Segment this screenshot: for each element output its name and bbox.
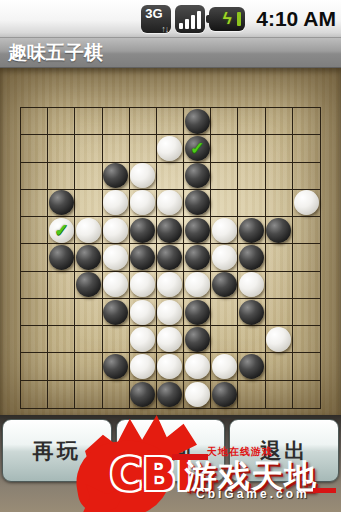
signal-strength-icon: [175, 5, 205, 33]
white-stone: [185, 382, 210, 407]
board-cell[interactable]: [184, 108, 211, 135]
white-stone: [157, 354, 182, 379]
game-board: ✓✓: [0, 68, 341, 415]
board-cell[interactable]: [238, 326, 265, 353]
board-cell[interactable]: [21, 217, 48, 244]
board-cell[interactable]: [157, 326, 184, 353]
black-stone: [185, 163, 210, 188]
white-stone: [130, 327, 155, 352]
black-stone: [130, 382, 155, 407]
board-cell[interactable]: [48, 108, 75, 135]
black-stone: [185, 300, 210, 325]
board-cell[interactable]: [157, 108, 184, 135]
board-cell[interactable]: [184, 381, 211, 408]
button-row: 再玩 撤回 退出: [2, 419, 339, 482]
board-cell[interactable]: [75, 299, 102, 326]
black-stone: [130, 245, 155, 270]
black-stone: [76, 272, 101, 297]
board-cell[interactable]: [130, 135, 157, 162]
board-cell[interactable]: [211, 272, 238, 299]
black-stone: [185, 245, 210, 270]
board-cell[interactable]: [21, 272, 48, 299]
board-cell[interactable]: [103, 244, 130, 271]
board-cell[interactable]: [293, 272, 320, 299]
white-stone: [212, 218, 237, 243]
white-stone: [103, 245, 128, 270]
board-cell[interactable]: [75, 272, 102, 299]
board-cell[interactable]: [21, 244, 48, 271]
board-cell[interactable]: [48, 299, 75, 326]
white-stone: [130, 354, 155, 379]
black-stone: [185, 190, 210, 215]
white-stone: [157, 136, 182, 161]
board-cell[interactable]: [184, 299, 211, 326]
3g-up-down-arrows-icon: ↑↓: [161, 24, 168, 34]
board-cell[interactable]: [48, 326, 75, 353]
board-cell[interactable]: [266, 326, 293, 353]
board-cell[interactable]: [21, 353, 48, 380]
white-stone: [130, 190, 155, 215]
board-cell[interactable]: [211, 108, 238, 135]
black-stone: [157, 245, 182, 270]
black-stone: [157, 218, 182, 243]
black-stone: [212, 382, 237, 407]
board-grid: ✓✓: [20, 107, 321, 409]
board-cell[interactable]: [48, 353, 75, 380]
board-cell[interactable]: [184, 353, 211, 380]
bottom-button-bar: 再玩 撤回 退出 CBI 天地在线游戏 游戏天地 CbiGame.com: [0, 415, 341, 512]
board-cell[interactable]: [157, 163, 184, 190]
board-cell[interactable]: [48, 272, 75, 299]
board-cell[interactable]: [130, 108, 157, 135]
black-stone: [185, 109, 210, 134]
board-cell[interactable]: [211, 135, 238, 162]
board-cell[interactable]: [103, 326, 130, 353]
board-cell[interactable]: [103, 299, 130, 326]
board-cell[interactable]: [75, 190, 102, 217]
board-cell[interactable]: [238, 353, 265, 380]
board-cell[interactable]: [184, 326, 211, 353]
white-stone: [185, 272, 210, 297]
black-stone: [103, 163, 128, 188]
board-cell[interactable]: [184, 217, 211, 244]
board-cell[interactable]: [211, 299, 238, 326]
black-stone: [185, 327, 210, 352]
board-cell[interactable]: [103, 217, 130, 244]
black-stone: [76, 245, 101, 270]
board-cell[interactable]: [21, 326, 48, 353]
board-cell[interactable]: [211, 244, 238, 271]
board-cell[interactable]: [293, 135, 320, 162]
board-cell[interactable]: [130, 190, 157, 217]
board-cell[interactable]: [293, 108, 320, 135]
board-cell[interactable]: [130, 272, 157, 299]
signal-bar: [185, 19, 189, 29]
board-cell[interactable]: [266, 163, 293, 190]
board-cell[interactable]: [103, 272, 130, 299]
white-stone: [212, 245, 237, 270]
board-cell[interactable]: [238, 163, 265, 190]
board-cell[interactable]: [130, 244, 157, 271]
white-stone: [294, 190, 319, 215]
board-cell[interactable]: [48, 381, 75, 408]
black-stone: [130, 218, 155, 243]
black-stone: [49, 190, 74, 215]
signal-bar: [179, 23, 183, 29]
board-cell[interactable]: [293, 353, 320, 380]
watermark-domain-text: CbiGame.com: [196, 487, 310, 501]
black-stone: [212, 272, 237, 297]
board-cell[interactable]: [266, 244, 293, 271]
signal-bar: [191, 15, 195, 29]
black-stone: [49, 245, 74, 270]
board-cell[interactable]: [293, 381, 320, 408]
board-cell[interactable]: [103, 353, 130, 380]
board-cell[interactable]: [75, 108, 102, 135]
board-cell[interactable]: [293, 244, 320, 271]
board-cell[interactable]: [157, 353, 184, 380]
board-cell[interactable]: [21, 163, 48, 190]
board-cell[interactable]: [266, 135, 293, 162]
exit-button[interactable]: 退出: [229, 419, 339, 482]
status-bar: 3G ↑↓ ϟ 4:10 AM: [0, 0, 341, 38]
board-cell[interactable]: [130, 381, 157, 408]
board-cell[interactable]: [103, 163, 130, 190]
board-cell[interactable]: [238, 272, 265, 299]
3g-label: 3G: [145, 6, 162, 21]
board-cell[interactable]: [130, 326, 157, 353]
lightning-bolt-icon: ϟ: [223, 10, 232, 27]
board-cell[interactable]: ✓: [48, 217, 75, 244]
board-cell[interactable]: [211, 190, 238, 217]
board-cell[interactable]: [266, 353, 293, 380]
black-stone: [239, 218, 264, 243]
black-stone: [185, 218, 210, 243]
board-cell[interactable]: [103, 381, 130, 408]
board-cell[interactable]: [157, 190, 184, 217]
board-cell[interactable]: [238, 217, 265, 244]
board-cell[interactable]: [48, 135, 75, 162]
white-stone: [157, 190, 182, 215]
board-cell[interactable]: [130, 299, 157, 326]
board-cell[interactable]: [266, 190, 293, 217]
white-stone: [103, 190, 128, 215]
board-cell[interactable]: [130, 353, 157, 380]
board-cell[interactable]: [266, 381, 293, 408]
board-cell[interactable]: [293, 217, 320, 244]
3g-network-icon: 3G ↑↓: [141, 5, 171, 33]
white-stone: [103, 272, 128, 297]
white-stone: [130, 163, 155, 188]
battery-charging-icon: ϟ: [209, 7, 245, 31]
white-stone: [212, 354, 237, 379]
white-stone: [130, 272, 155, 297]
white-stone: [130, 300, 155, 325]
last-move-check-icon: ✓: [49, 218, 74, 243]
board-cell[interactable]: [75, 217, 102, 244]
white-stone: [76, 218, 101, 243]
board-cell[interactable]: [293, 190, 320, 217]
black-stone: [266, 218, 291, 243]
board-cell[interactable]: [130, 217, 157, 244]
board-cell[interactable]: [266, 272, 293, 299]
signal-bar: [197, 11, 201, 29]
black-stone: [239, 245, 264, 270]
board-cell[interactable]: [293, 299, 320, 326]
board-cell[interactable]: [238, 135, 265, 162]
board-cell[interactable]: [48, 190, 75, 217]
board-cell[interactable]: [75, 353, 102, 380]
black-stone: ✓: [185, 136, 210, 161]
undo-button[interactable]: 撤回: [116, 419, 226, 482]
board-cell[interactable]: [157, 244, 184, 271]
board-cell[interactable]: [130, 163, 157, 190]
board-cell[interactable]: [293, 163, 320, 190]
play-again-button[interactable]: 再玩: [2, 419, 112, 482]
board-cell[interactable]: [48, 244, 75, 271]
white-stone: [157, 272, 182, 297]
board-cell[interactable]: [21, 135, 48, 162]
board-cell[interactable]: [238, 299, 265, 326]
board-cell[interactable]: [21, 381, 48, 408]
white-stone: [185, 354, 210, 379]
board-cell[interactable]: [184, 244, 211, 271]
board-cell[interactable]: [75, 381, 102, 408]
board-cell[interactable]: [211, 326, 238, 353]
last-move-check-icon: ✓: [185, 136, 210, 161]
board-cell[interactable]: [21, 190, 48, 217]
board-cell[interactable]: [211, 381, 238, 408]
board-cell[interactable]: [238, 381, 265, 408]
board-cell[interactable]: [103, 190, 130, 217]
flame-icon: [80, 481, 126, 512]
white-stone: ✓: [49, 218, 74, 243]
board-cell[interactable]: [157, 217, 184, 244]
board-cell[interactable]: [48, 163, 75, 190]
board-cell[interactable]: [103, 135, 130, 162]
board-cell[interactable]: [75, 244, 102, 271]
app-title: 趣味五子棋: [8, 40, 103, 66]
board-cell[interactable]: [266, 108, 293, 135]
board-cell[interactable]: [75, 135, 102, 162]
board-cell[interactable]: [21, 108, 48, 135]
board-cell[interactable]: [238, 190, 265, 217]
black-stone: [239, 354, 264, 379]
watermark-red-dash: [313, 488, 336, 493]
white-stone: [157, 300, 182, 325]
board-cell[interactable]: [238, 108, 265, 135]
black-stone: [103, 300, 128, 325]
board-cell[interactable]: [157, 381, 184, 408]
black-stone: [157, 382, 182, 407]
board-cell[interactable]: ✓: [184, 135, 211, 162]
board-cell[interactable]: [266, 299, 293, 326]
board-cell[interactable]: [75, 163, 102, 190]
board-cell[interactable]: [157, 299, 184, 326]
clock-time: 4:10 AM: [256, 7, 336, 31]
board-cell[interactable]: [157, 272, 184, 299]
board-cell[interactable]: [238, 244, 265, 271]
title-bar: 趣味五子棋: [0, 38, 341, 68]
board-cell[interactable]: [21, 299, 48, 326]
board-cell[interactable]: [103, 108, 130, 135]
board-cell[interactable]: [211, 217, 238, 244]
board-cell[interactable]: [184, 272, 211, 299]
board-cell[interactable]: [211, 163, 238, 190]
board-cell[interactable]: [75, 326, 102, 353]
black-stone: [239, 300, 264, 325]
white-stone: [103, 218, 128, 243]
board-cell[interactable]: [184, 163, 211, 190]
white-stone: [266, 327, 291, 352]
board-cell[interactable]: [211, 353, 238, 380]
white-stone: [239, 272, 264, 297]
board-cell[interactable]: [184, 190, 211, 217]
board-cell[interactable]: [157, 135, 184, 162]
board-cell[interactable]: [293, 326, 320, 353]
board-cell[interactable]: [266, 217, 293, 244]
black-stone: [103, 354, 128, 379]
white-stone: [157, 327, 182, 352]
